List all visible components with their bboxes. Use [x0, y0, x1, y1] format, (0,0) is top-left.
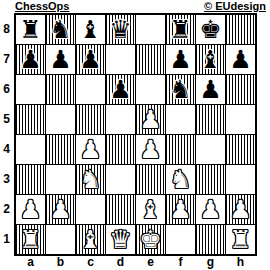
square-e3 [136, 165, 165, 194]
square-c1: ♝ [76, 225, 105, 254]
black-knight: ♞ [166, 75, 195, 104]
square-c3: ♞ [76, 165, 105, 194]
square-c2 [76, 195, 105, 224]
square-d2 [106, 195, 135, 224]
file-label-g: g [196, 255, 225, 269]
white-bishop: ♝ [136, 195, 165, 224]
rank-label-7: 7 [0, 45, 13, 74]
square-d4 [106, 135, 135, 164]
square-d5 [106, 105, 135, 134]
black-pawn: ♟ [16, 45, 45, 74]
square-h3 [226, 165, 255, 194]
credit-link[interactable]: © EUdesign [204, 0, 266, 13]
file-labels: abcdefgh [16, 255, 255, 269]
square-e7 [136, 45, 165, 74]
rank-label-6: 6 [0, 75, 13, 104]
chessops-page: ChessOps © EUdesign 87654321 ♜♞♝♛♜♚♟♟♟♟♝… [0, 0, 270, 270]
square-e5: ♟ [136, 105, 165, 134]
file-label-a: a [16, 255, 45, 269]
square-d1: ♛ [106, 225, 135, 254]
square-h2: ♟ [226, 195, 255, 224]
rank-label-4: 4 [0, 135, 13, 164]
chess-board: ♜♞♝♛♜♚♟♟♟♟♝♟♟♞♟♟♟♟♞♞♟♟♝♟♟♟♜♝♛♚♜ [14, 13, 257, 256]
white-pawn: ♟ [16, 195, 45, 224]
black-bishop: ♝ [196, 45, 225, 74]
square-f3: ♞ [166, 165, 195, 194]
rank-labels: 87654321 [0, 15, 13, 254]
square-a8: ♜ [16, 15, 45, 44]
square-c6 [76, 75, 105, 104]
black-rook: ♜ [166, 15, 195, 44]
square-f5 [166, 105, 195, 134]
square-a4 [16, 135, 45, 164]
square-d7 [106, 45, 135, 74]
square-h7: ♟ [226, 45, 255, 74]
square-e6 [136, 75, 165, 104]
black-pawn: ♟ [226, 45, 255, 74]
square-b5 [46, 105, 75, 134]
rank-label-8: 8 [0, 15, 13, 44]
white-pawn: ♟ [136, 135, 165, 164]
square-h1: ♜ [226, 225, 255, 254]
square-b3 [46, 165, 75, 194]
white-king: ♚ [136, 225, 165, 254]
square-h5 [226, 105, 255, 134]
square-a7: ♟ [16, 45, 45, 74]
black-bishop: ♝ [76, 15, 105, 44]
white-rook: ♜ [226, 225, 255, 254]
app-title-link[interactable]: ChessOps [15, 0, 69, 13]
file-label-c: c [76, 255, 105, 269]
square-b6 [46, 75, 75, 104]
rank-label-3: 3 [0, 165, 13, 194]
rank-label-5: 5 [0, 105, 13, 134]
square-f2: ♟ [166, 195, 195, 224]
square-g1 [196, 225, 225, 254]
white-pawn: ♟ [46, 195, 75, 224]
black-rook: ♜ [16, 15, 45, 44]
file-label-f: f [166, 255, 195, 269]
square-d6: ♟ [106, 75, 135, 104]
square-b1 [46, 225, 75, 254]
square-e8 [136, 15, 165, 44]
square-e1: ♚ [136, 225, 165, 254]
square-f4 [166, 135, 195, 164]
square-a6 [16, 75, 45, 104]
white-queen: ♛ [106, 225, 135, 254]
square-c4: ♟ [76, 135, 105, 164]
file-label-h: h [226, 255, 255, 269]
square-b4 [46, 135, 75, 164]
square-b2: ♟ [46, 195, 75, 224]
black-pawn: ♟ [76, 45, 105, 74]
black-pawn: ♟ [46, 45, 75, 74]
file-label-e: e [136, 255, 165, 269]
square-h8 [226, 15, 255, 44]
white-pawn: ♟ [166, 195, 195, 224]
white-knight: ♞ [76, 165, 105, 194]
square-c5 [76, 105, 105, 134]
square-h6 [226, 75, 255, 104]
square-e2: ♝ [136, 195, 165, 224]
white-pawn: ♟ [136, 105, 165, 134]
black-queen: ♛ [106, 15, 135, 44]
square-h4 [226, 135, 255, 164]
square-f7: ♟ [166, 45, 195, 74]
black-pawn: ♟ [166, 45, 195, 74]
white-knight: ♞ [166, 165, 195, 194]
square-d8: ♛ [106, 15, 135, 44]
file-label-d: d [106, 255, 135, 269]
rank-label-2: 2 [0, 195, 13, 224]
rank-label-1: 1 [0, 225, 13, 254]
square-f6: ♞ [166, 75, 195, 104]
white-pawn: ♟ [76, 135, 105, 164]
white-rook: ♜ [16, 225, 45, 254]
square-a1: ♜ [16, 225, 45, 254]
square-c8: ♝ [76, 15, 105, 44]
square-a3 [16, 165, 45, 194]
white-pawn: ♟ [196, 195, 225, 224]
square-g4 [196, 135, 225, 164]
white-bishop: ♝ [76, 225, 105, 254]
square-g5 [196, 105, 225, 134]
square-g6: ♟ [196, 75, 225, 104]
square-g2: ♟ [196, 195, 225, 224]
black-king: ♚ [196, 15, 225, 44]
square-b8: ♞ [46, 15, 75, 44]
square-a2: ♟ [16, 195, 45, 224]
square-e4: ♟ [136, 135, 165, 164]
black-pawn: ♟ [196, 75, 225, 104]
square-d3 [106, 165, 135, 194]
square-f8: ♜ [166, 15, 195, 44]
square-g8: ♚ [196, 15, 225, 44]
square-g3 [196, 165, 225, 194]
square-f1 [166, 225, 195, 254]
black-pawn: ♟ [106, 75, 135, 104]
white-pawn: ♟ [226, 195, 255, 224]
file-label-b: b [46, 255, 75, 269]
square-g7: ♝ [196, 45, 225, 74]
square-b7: ♟ [46, 45, 75, 74]
black-knight: ♞ [46, 15, 75, 44]
square-a5 [16, 105, 45, 134]
square-c7: ♟ [76, 45, 105, 74]
